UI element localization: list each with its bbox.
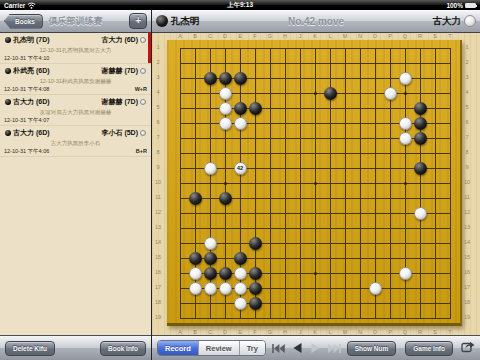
kifu-list-item[interactable]: 古大力 (6D)谢赫赫 (7D)友谊对局古大力执黑对谢赫赫12-10-31 下午… <box>0 95 151 126</box>
goban-area: 42 AABBCCDDEEFFGGHHJJKKLLMMNNOOPPQQRRSST… <box>152 33 480 335</box>
column-label: T <box>445 33 455 40</box>
white-stone <box>204 282 217 295</box>
kifu-list-item[interactable]: 古大力 (6D)李小石 (5D)古大力执黑胜李小石12-10-31 下午4:06… <box>0 126 151 157</box>
row-label: 16 <box>153 269 163 276</box>
white-stone <box>414 207 427 220</box>
column-label: S <box>430 33 440 40</box>
row-label: 12 <box>462 209 472 216</box>
row-label: 17 <box>462 284 472 291</box>
white-player-label: 谢赫赫 (7D) <box>101 66 138 76</box>
row-label: 5 <box>462 104 472 111</box>
move-number-title: No.42 move <box>152 16 480 27</box>
show-num-button[interactable]: Show Num <box>347 341 397 356</box>
black-player-name: 孔杰明 <box>171 15 200 28</box>
row-label: 5 <box>153 104 163 111</box>
black-stone <box>189 252 202 265</box>
row-label: 2 <box>462 59 472 66</box>
black-stone <box>219 192 232 205</box>
move-navigation <box>272 343 341 353</box>
kifu-date: 12-10-31 下午4:07 <box>4 117 49 124</box>
row-label: 19 <box>462 314 472 321</box>
stone-layer: 42 <box>173 41 458 326</box>
mode-segment-review[interactable]: Review <box>199 341 240 355</box>
black-player-label: 朴武亮 (6D) <box>13 66 50 76</box>
row-label: 11 <box>153 194 163 201</box>
row-label: 9 <box>462 164 472 171</box>
black-stone <box>414 117 427 130</box>
kifu-subtitle: 友谊对局古大力执黑对谢赫赫 <box>4 109 147 116</box>
add-kifu-button[interactable]: + <box>129 13 147 29</box>
black-stone <box>234 72 247 85</box>
kifu-list-item[interactable]: 朴武亮 (6D)谢赫赫 (7D)12-10-31朴武亮执黑负谢赫赫12-10-3… <box>0 64 151 95</box>
black-stone <box>219 267 232 280</box>
black-stone <box>249 297 262 310</box>
kifu-date: 12-10-31 下午4:08 <box>4 86 49 93</box>
kifu-date: 12-10-31 下午4:06 <box>4 148 49 155</box>
column-label: G <box>265 33 275 40</box>
row-label: 15 <box>462 254 472 261</box>
black-player-stone-icon <box>156 15 168 27</box>
book-info-button[interactable]: Book Info <box>100 341 146 356</box>
column-label: M <box>340 33 350 40</box>
white-stone <box>189 267 202 280</box>
selected-kifu-indicator <box>148 33 151 63</box>
white-stone-icon <box>140 68 146 74</box>
black-stone <box>324 87 337 100</box>
white-stone <box>189 282 202 295</box>
star-point <box>314 182 317 185</box>
row-label: 2 <box>153 59 163 66</box>
black-stone <box>414 162 427 175</box>
star-point <box>404 92 407 95</box>
white-stone <box>219 102 232 115</box>
wifi-icon <box>27 2 36 9</box>
row-label: 1 <box>153 44 163 51</box>
delete-kifu-button[interactable]: Delete Kifu <box>5 341 55 356</box>
black-stone-icon <box>5 130 11 136</box>
black-stone-icon <box>5 37 11 43</box>
black-stone <box>414 132 427 145</box>
row-label: 19 <box>153 314 163 321</box>
row-label: 9 <box>153 164 163 171</box>
black-stone <box>234 102 247 115</box>
clock: 上午9:13 <box>0 1 480 10</box>
white-stone <box>399 117 412 130</box>
row-label: 4 <box>462 89 472 96</box>
white-player-label: 谢赫赫 (7D) <box>101 97 138 107</box>
white-stone <box>399 72 412 85</box>
black-stone <box>234 252 247 265</box>
column-label: O <box>370 33 380 40</box>
row-label: 7 <box>462 134 472 141</box>
kifu-result: B+R <box>136 148 147 155</box>
battery-percent: 100% <box>446 2 463 9</box>
white-stone <box>399 267 412 280</box>
board-pane: 孔杰明 No.42 move 古大力 42 AABBCCDDEEFFGGHHJJ… <box>152 10 480 360</box>
black-stone <box>249 102 262 115</box>
row-label: 17 <box>153 284 163 291</box>
black-player-label: 古大力 (6D) <box>13 97 50 107</box>
game-info-button[interactable]: Game Info <box>405 341 453 356</box>
row-label: 6 <box>462 119 472 126</box>
white-stone <box>399 132 412 145</box>
share-icon <box>461 340 475 353</box>
column-label: Q <box>400 33 410 40</box>
row-label: 13 <box>153 224 163 231</box>
mode-segment-record[interactable]: Record <box>158 341 199 355</box>
white-stone <box>234 117 247 130</box>
row-label: 14 <box>153 239 163 246</box>
black-stone <box>204 267 217 280</box>
column-label: F <box>250 33 260 40</box>
books-back-button[interactable]: Books <box>4 14 43 29</box>
share-button[interactable] <box>461 340 475 356</box>
black-stone <box>219 72 232 85</box>
white-stone <box>219 282 232 295</box>
kifu-list: 孔杰明 (7D)古大力 (6D)12-10-31孔杰明执黑对古大力12-10-3… <box>0 33 151 335</box>
black-stone <box>249 282 262 295</box>
black-stone <box>249 267 262 280</box>
white-stone-icon <box>140 37 146 43</box>
row-label: 13 <box>462 224 472 231</box>
column-label: C <box>205 33 215 40</box>
prev-move-button[interactable] <box>292 343 303 353</box>
battery-icon <box>465 3 476 8</box>
white-stone-icon <box>140 130 146 136</box>
kifu-date: 12-10-31 下午4:10 <box>4 55 49 62</box>
status-bar: Carrier 上午9:13 100% <box>0 0 480 10</box>
column-label: B <box>190 33 200 40</box>
black-player-label: 孔杰明 (7D) <box>13 35 50 45</box>
carrier-label: Carrier <box>4 2 25 9</box>
column-label: R <box>415 33 425 40</box>
black-player-label: 古大力 (6D) <box>13 128 50 138</box>
row-label: 3 <box>462 74 472 81</box>
row-label: 16 <box>462 269 472 276</box>
row-label: 14 <box>462 239 472 246</box>
white-stone <box>234 297 247 310</box>
black-stone <box>204 72 217 85</box>
column-label: N <box>355 33 365 40</box>
column-label: K <box>310 33 320 40</box>
white-player-label: 李小石 (5D) <box>101 128 138 138</box>
sidebar-toolbar: Delete Kifu Book Info <box>0 335 151 360</box>
row-label: 18 <box>462 299 472 306</box>
kifu-subtitle: 古大力执黑胜李小石 <box>4 140 147 147</box>
black-stone-icon <box>5 99 11 105</box>
star-point <box>314 92 317 95</box>
row-label: 12 <box>153 209 163 216</box>
column-label: A <box>175 33 185 40</box>
row-label: 15 <box>153 254 163 261</box>
star-point <box>314 272 317 275</box>
column-label: L <box>325 33 335 40</box>
white-stone <box>234 267 247 280</box>
white-stone <box>204 162 217 175</box>
star-point <box>224 182 227 185</box>
mode-segmented-control: RecordReviewTry <box>157 340 266 356</box>
white-stone <box>219 87 232 100</box>
kifu-sidebar: Books 俱乐部训练赛 + 孔杰明 (7D)古大力 (6D)12-10-31孔… <box>0 10 152 360</box>
next-move-button[interactable] <box>310 343 321 353</box>
column-label: E <box>235 33 245 40</box>
black-stone <box>414 102 427 115</box>
star-point <box>404 182 407 185</box>
row-label: 10 <box>462 179 472 186</box>
white-stone <box>384 87 397 100</box>
row-label: 8 <box>153 149 163 156</box>
last-move-stone: 42 <box>234 162 247 175</box>
kifu-subtitle: 12-10-31朴武亮执黑负谢赫赫 <box>4 78 147 85</box>
row-label: 10 <box>153 179 163 186</box>
row-label: 1 <box>462 44 472 51</box>
board-toolbar: RecordReviewTry Show Num Game Info <box>152 335 480 360</box>
white-stone <box>234 282 247 295</box>
white-player-name: 古大力 <box>433 15 462 28</box>
last-move-button[interactable] <box>328 344 341 353</box>
row-label: 7 <box>153 134 163 141</box>
kifu-list-item[interactable]: 孔杰明 (7D)古大力 (6D)12-10-31孔杰明执黑对古大力12-10-3… <box>0 33 151 64</box>
column-label: H <box>280 33 290 40</box>
row-label: 4 <box>153 89 163 96</box>
black-stone-icon <box>5 68 11 74</box>
white-player-label: 古大力 (6D) <box>101 35 138 45</box>
row-label: 8 <box>462 149 472 156</box>
black-stone <box>189 192 202 205</box>
black-stone <box>204 252 217 265</box>
mode-segment-try[interactable]: Try <box>240 341 265 355</box>
row-label: 11 <box>462 194 472 201</box>
row-label: 3 <box>153 74 163 81</box>
first-move-button[interactable] <box>272 344 285 353</box>
white-stone <box>204 237 217 250</box>
kifu-result: W+R <box>135 86 147 93</box>
sidebar-navbar: Books 俱乐部训练赛 + <box>0 10 151 33</box>
column-label: J <box>295 33 305 40</box>
board-navbar: 孔杰明 No.42 move 古大力 <box>152 10 480 33</box>
column-label: P <box>385 33 395 40</box>
black-stone <box>249 237 262 250</box>
white-stone-icon <box>140 99 146 105</box>
white-player-stone-icon <box>464 15 476 27</box>
row-label: 6 <box>153 119 163 126</box>
row-label: 18 <box>153 299 163 306</box>
column-label: D <box>220 33 230 40</box>
white-stone <box>219 117 232 130</box>
white-stone <box>369 282 382 295</box>
goban[interactable]: 42 <box>167 40 462 326</box>
kifu-subtitle: 12-10-31孔杰明执黑对古大力 <box>4 47 147 54</box>
